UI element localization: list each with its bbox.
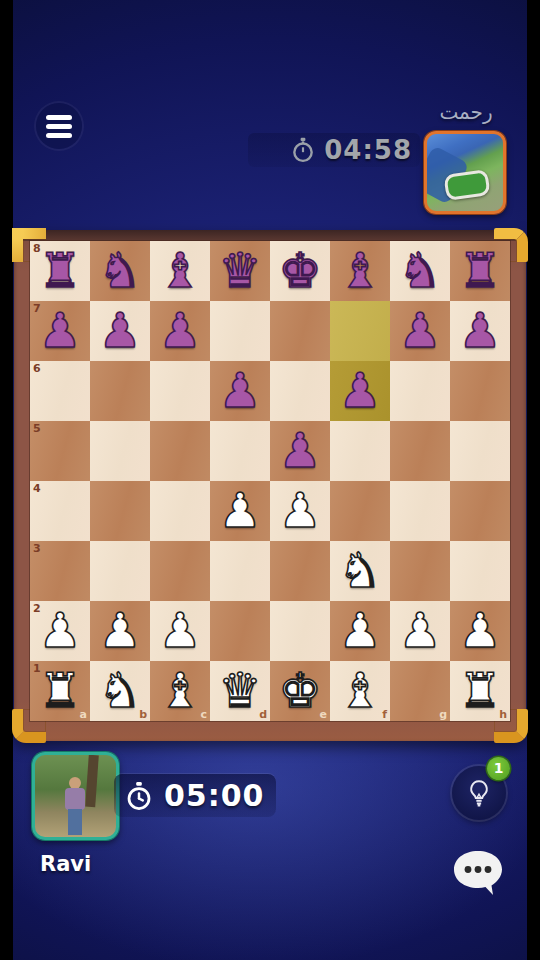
- piece-white-bishop[interactable]: ♝: [150, 661, 210, 721]
- piece-white-king[interactable]: ♚: [270, 661, 330, 721]
- piece-white-pawn[interactable]: ♟: [150, 601, 210, 661]
- piece-white-rook[interactable]: ♜: [30, 661, 90, 721]
- piece-black-bishop[interactable]: ♝: [150, 241, 210, 301]
- piece-black-king[interactable]: ♚: [270, 241, 330, 301]
- piece-black-knight[interactable]: ♞: [390, 241, 450, 301]
- avatar-photo-detail: [68, 809, 82, 835]
- rank-label-6: 6: [33, 362, 41, 375]
- square-g6[interactable]: [390, 361, 450, 421]
- square-e4[interactable]: ♟: [270, 481, 330, 541]
- square-a3[interactable]: 3: [30, 541, 90, 601]
- square-f4[interactable]: [330, 481, 390, 541]
- square-f2[interactable]: ♟: [330, 601, 390, 661]
- square-c3[interactable]: [150, 541, 210, 601]
- square-a6[interactable]: 6: [30, 361, 90, 421]
- square-h4[interactable]: [450, 481, 510, 541]
- rank-label-4: 4: [33, 482, 41, 495]
- square-f7[interactable]: [330, 301, 390, 361]
- square-a1[interactable]: 1a♜: [30, 661, 90, 721]
- piece-black-rook[interactable]: ♜: [30, 241, 90, 301]
- square-g2[interactable]: ♟: [390, 601, 450, 661]
- square-h6[interactable]: [450, 361, 510, 421]
- square-b5[interactable]: [90, 421, 150, 481]
- piece-white-pawn[interactable]: ♟: [330, 601, 390, 661]
- square-c8[interactable]: ♝: [150, 241, 210, 301]
- square-e6[interactable]: [270, 361, 330, 421]
- square-b6[interactable]: [90, 361, 150, 421]
- square-d1[interactable]: d♛: [210, 661, 270, 721]
- piece-white-bishop[interactable]: ♝: [330, 661, 390, 721]
- square-a7[interactable]: 7♟: [30, 301, 90, 361]
- piece-black-knight[interactable]: ♞: [90, 241, 150, 301]
- square-b3[interactable]: [90, 541, 150, 601]
- square-d2[interactable]: [210, 601, 270, 661]
- square-b1[interactable]: b♞: [90, 661, 150, 721]
- square-a2[interactable]: 2♟: [30, 601, 90, 661]
- opponent-name: رحمت: [420, 100, 512, 124]
- player-clock: 05:00: [114, 774, 276, 817]
- square-e1[interactable]: e♚: [270, 661, 330, 721]
- piece-black-pawn[interactable]: ♟: [330, 361, 390, 421]
- opponent-clock-text: 04:58: [324, 135, 412, 165]
- square-c6[interactable]: [150, 361, 210, 421]
- square-a8[interactable]: 8♜: [30, 241, 90, 301]
- stopwatch-icon: [124, 781, 154, 811]
- piece-white-knight[interactable]: ♞: [90, 661, 150, 721]
- piece-black-pawn[interactable]: ♟: [30, 301, 90, 361]
- piece-white-pawn[interactable]: ♟: [90, 601, 150, 661]
- piece-black-pawn[interactable]: ♟: [390, 301, 450, 361]
- square-e2[interactable]: [270, 601, 330, 661]
- square-h7[interactable]: ♟: [450, 301, 510, 361]
- piece-white-knight[interactable]: ♞: [330, 541, 390, 601]
- square-d7[interactable]: [210, 301, 270, 361]
- stopwatch-icon: [290, 137, 316, 163]
- piece-white-pawn[interactable]: ♟: [30, 601, 90, 661]
- square-c2[interactable]: ♟: [150, 601, 210, 661]
- piece-black-pawn[interactable]: ♟: [90, 301, 150, 361]
- square-e8[interactable]: ♚: [270, 241, 330, 301]
- square-d4[interactable]: ♟: [210, 481, 270, 541]
- chat-bubble-icon: [450, 848, 506, 900]
- square-e7[interactable]: [270, 301, 330, 361]
- square-g3[interactable]: [390, 541, 450, 601]
- square-h2[interactable]: ♟: [450, 601, 510, 661]
- piece-white-rook[interactable]: ♜: [450, 661, 510, 721]
- square-g1[interactable]: g: [390, 661, 450, 721]
- square-d8[interactable]: ♛: [210, 241, 270, 301]
- square-e3[interactable]: [270, 541, 330, 601]
- opponent-avatar[interactable]: [424, 131, 506, 214]
- square-g7[interactable]: ♟: [390, 301, 450, 361]
- square-f3[interactable]: ♞: [330, 541, 390, 601]
- rank-label-3: 3: [33, 542, 41, 555]
- piece-black-pawn[interactable]: ♟: [210, 361, 270, 421]
- player-avatar[interactable]: [32, 752, 119, 840]
- square-h1[interactable]: h♜: [450, 661, 510, 721]
- file-label-g: g: [439, 708, 447, 721]
- piece-white-pawn[interactable]: ♟: [270, 481, 330, 541]
- square-f1[interactable]: f♝: [330, 661, 390, 721]
- chess-board-frame: 8♜♞♝♛♚♝♞♜7♟♟♟♟♟6♟♟5♟4♟♟3♞2♟♟♟♟♟♟1a♜b♞c♝d…: [14, 230, 526, 741]
- chess-board[interactable]: 8♜♞♝♛♚♝♞♜7♟♟♟♟♟6♟♟5♟4♟♟3♞2♟♟♟♟♟♟1a♜b♞c♝d…: [30, 241, 510, 721]
- square-f5[interactable]: [330, 421, 390, 481]
- avatar-photo-detail: [85, 755, 99, 808]
- square-f6[interactable]: ♟: [330, 361, 390, 421]
- piece-white-pawn[interactable]: ♟: [450, 601, 510, 661]
- square-b2[interactable]: ♟: [90, 601, 150, 661]
- square-a4[interactable]: 4: [30, 481, 90, 541]
- square-f8[interactable]: ♝: [330, 241, 390, 301]
- square-c7[interactable]: ♟: [150, 301, 210, 361]
- player-clock-text: 05:00: [164, 778, 265, 813]
- app-screen: رحمت 04:58 8♜♞♝♛♚♝♞♜7♟♟♟♟♟6♟♟5♟4♟♟3♞2♟♟♟…: [0, 0, 540, 960]
- square-g4[interactable]: [390, 481, 450, 541]
- piece-black-bishop[interactable]: ♝: [330, 241, 390, 301]
- square-a5[interactable]: 5: [30, 421, 90, 481]
- piece-black-pawn[interactable]: ♟: [270, 421, 330, 481]
- player-name: Ravi: [40, 852, 91, 876]
- menu-button[interactable]: [36, 103, 82, 149]
- piece-white-queen[interactable]: ♛: [210, 661, 270, 721]
- piece-white-pawn[interactable]: ♟: [210, 481, 270, 541]
- square-d3[interactable]: [210, 541, 270, 601]
- avatar-photo-detail: [65, 788, 85, 810]
- avatar-photo-detail: [443, 169, 490, 201]
- square-g8[interactable]: ♞: [390, 241, 450, 301]
- piece-white-pawn[interactable]: ♟: [390, 601, 450, 661]
- square-d5[interactable]: [210, 421, 270, 481]
- square-h5[interactable]: [450, 421, 510, 481]
- piece-black-pawn[interactable]: ♟: [150, 301, 210, 361]
- square-b4[interactable]: [90, 481, 150, 541]
- chat-button[interactable]: [450, 848, 506, 900]
- square-c1[interactable]: c♝: [150, 661, 210, 721]
- piece-black-rook[interactable]: ♜: [450, 241, 510, 301]
- square-b7[interactable]: ♟: [90, 301, 150, 361]
- square-b8[interactable]: ♞: [90, 241, 150, 301]
- square-d6[interactable]: ♟: [210, 361, 270, 421]
- square-e5[interactable]: ♟: [270, 421, 330, 481]
- square-c4[interactable]: [150, 481, 210, 541]
- piece-black-pawn[interactable]: ♟: [450, 301, 510, 361]
- lightbulb-icon: [463, 777, 495, 809]
- square-h8[interactable]: ♜: [450, 241, 510, 301]
- piece-black-queen[interactable]: ♛: [210, 241, 270, 301]
- hint-count-badge: 1: [487, 757, 510, 780]
- square-c5[interactable]: [150, 421, 210, 481]
- opponent-clock: 04:58: [248, 133, 420, 167]
- square-h3[interactable]: [450, 541, 510, 601]
- rank-label-5: 5: [33, 422, 41, 435]
- square-g5[interactable]: [390, 421, 450, 481]
